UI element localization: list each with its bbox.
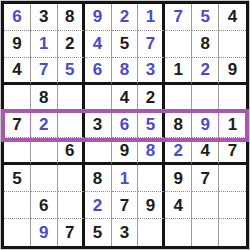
cell-r6c6[interactable]: 8 — [138, 138, 165, 165]
cell-r2c7[interactable] — [165, 31, 192, 58]
cell-r9c9[interactable] — [219, 219, 246, 246]
cell-r4c7[interactable] — [165, 85, 192, 112]
cell-r3c5[interactable]: 8 — [112, 58, 139, 85]
cell-r5c7[interactable]: 8 — [165, 112, 192, 139]
cell-r9c3[interactable]: 7 — [58, 219, 85, 246]
cell-r5c4[interactable]: 3 — [85, 112, 112, 139]
cell-r6c7[interactable]: 2 — [165, 138, 192, 165]
cell-r4c1[interactable] — [4, 85, 31, 112]
cell-r8c7[interactable]: 4 — [165, 192, 192, 219]
cell-r1c2[interactable]: 3 — [31, 4, 58, 31]
cell-r1c6[interactable]: 1 — [138, 4, 165, 31]
cell-r9c1[interactable] — [4, 219, 31, 246]
cell-r9c8[interactable] — [192, 219, 219, 246]
cell-r1c5[interactable]: 2 — [112, 4, 139, 31]
cell-r7c6[interactable] — [138, 165, 165, 192]
cell-r7c9[interactable] — [219, 165, 246, 192]
cell-r6c3[interactable]: 6 — [58, 138, 85, 165]
cell-r7c3[interactable] — [58, 165, 85, 192]
cell-r3c6[interactable]: 3 — [138, 58, 165, 85]
cell-r8c1[interactable] — [4, 192, 31, 219]
sudoku-board: 6389217549124578475683129842723658916982… — [1, 1, 249, 249]
cell-r5c8[interactable]: 9 — [192, 112, 219, 139]
cell-r4c6[interactable]: 2 — [138, 85, 165, 112]
cell-r3c3[interactable]: 5 — [58, 58, 85, 85]
cell-r5c3[interactable] — [58, 112, 85, 139]
cell-r7c1[interactable]: 5 — [4, 165, 31, 192]
cell-r7c2[interactable] — [31, 165, 58, 192]
cell-r7c7[interactable]: 9 — [165, 165, 192, 192]
cell-r1c9[interactable]: 4 — [219, 4, 246, 31]
cell-r3c8[interactable]: 2 — [192, 58, 219, 85]
cell-r8c5[interactable]: 7 — [112, 192, 139, 219]
cell-r9c6[interactable] — [138, 219, 165, 246]
cell-r7c5[interactable]: 1 — [112, 165, 139, 192]
cell-r8c4[interactable]: 2 — [85, 192, 112, 219]
cell-r5c6[interactable]: 5 — [138, 112, 165, 139]
cell-r1c4[interactable]: 9 — [85, 4, 112, 31]
cell-r6c8[interactable]: 4 — [192, 138, 219, 165]
cell-r6c9[interactable]: 7 — [219, 138, 246, 165]
cell-r5c2[interactable]: 2 — [31, 112, 58, 139]
cell-r6c1[interactable] — [4, 138, 31, 165]
cell-r4c9[interactable] — [219, 85, 246, 112]
cell-r3c2[interactable]: 7 — [31, 58, 58, 85]
cell-r2c4[interactable]: 4 — [85, 31, 112, 58]
cell-r6c4[interactable] — [85, 138, 112, 165]
cell-r8c2[interactable]: 6 — [31, 192, 58, 219]
cell-r3c1[interactable]: 4 — [4, 58, 31, 85]
cell-r2c8[interactable]: 8 — [192, 31, 219, 58]
cell-r2c2[interactable]: 1 — [31, 31, 58, 58]
cell-r8c9[interactable] — [219, 192, 246, 219]
cell-r1c7[interactable]: 7 — [165, 4, 192, 31]
cell-r2c5[interactable]: 5 — [112, 31, 139, 58]
cell-r5c1[interactable]: 7 — [4, 112, 31, 139]
cell-r3c4[interactable]: 6 — [85, 58, 112, 85]
cell-r3c7[interactable]: 1 — [165, 58, 192, 85]
cell-r9c5[interactable]: 3 — [112, 219, 139, 246]
cell-r5c9[interactable]: 1 — [219, 112, 246, 139]
cell-r3c9[interactable]: 9 — [219, 58, 246, 85]
cell-r6c5[interactable]: 9 — [112, 138, 139, 165]
cell-r4c2[interactable]: 8 — [31, 85, 58, 112]
cell-r4c8[interactable] — [192, 85, 219, 112]
cell-r8c6[interactable]: 9 — [138, 192, 165, 219]
cell-r8c8[interactable] — [192, 192, 219, 219]
cell-r9c2[interactable]: 9 — [31, 219, 58, 246]
cell-r4c5[interactable]: 4 — [112, 85, 139, 112]
cell-r7c4[interactable]: 8 — [85, 165, 112, 192]
cell-r8c3[interactable] — [58, 192, 85, 219]
cell-r6c2[interactable] — [31, 138, 58, 165]
cell-r2c1[interactable]: 9 — [4, 31, 31, 58]
cell-r2c9[interactable] — [219, 31, 246, 58]
cell-r5c5[interactable]: 6 — [112, 112, 139, 139]
cell-r1c1[interactable]: 6 — [4, 4, 31, 31]
cell-r7c8[interactable]: 7 — [192, 165, 219, 192]
cell-r9c4[interactable]: 5 — [85, 219, 112, 246]
cell-r2c6[interactable]: 7 — [138, 31, 165, 58]
cell-r9c7[interactable] — [165, 219, 192, 246]
cell-r1c3[interactable]: 8 — [58, 4, 85, 31]
cell-r2c3[interactable]: 2 — [58, 31, 85, 58]
cell-r1c8[interactable]: 5 — [192, 4, 219, 31]
cell-r4c4[interactable] — [85, 85, 112, 112]
cell-r4c3[interactable] — [58, 85, 85, 112]
